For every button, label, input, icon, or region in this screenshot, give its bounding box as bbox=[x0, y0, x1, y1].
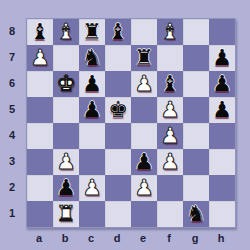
rank-label-7: 7 bbox=[0, 44, 22, 70]
white-pawn-f4[interactable]: ♟ bbox=[160, 123, 180, 149]
square-e7[interactable]: ♜ bbox=[131, 45, 157, 71]
file-label-b: b bbox=[52, 231, 78, 246]
white-pawn-f5[interactable]: ♟ bbox=[160, 97, 180, 123]
square-e2[interactable]: ♟ bbox=[131, 175, 157, 201]
square-f7[interactable] bbox=[157, 45, 183, 71]
black-pawn-b2[interactable]: ♟ bbox=[56, 175, 76, 201]
white-pawn-b3[interactable]: ♟ bbox=[56, 149, 76, 175]
rank-label-8: 8 bbox=[0, 18, 22, 44]
square-b4[interactable] bbox=[53, 123, 79, 149]
square-g3[interactable] bbox=[183, 149, 209, 175]
square-g7[interactable] bbox=[183, 45, 209, 71]
square-d3[interactable] bbox=[105, 149, 131, 175]
chess-diagram: 87654321 ♝♝♜♝♝♟♞♜♟♚♟♟♝♟♟♚♟♟♟♟♟♟♟♟♟♜♞ abc… bbox=[0, 0, 250, 250]
square-d6[interactable] bbox=[105, 71, 131, 97]
black-pawn-h6[interactable]: ♟ bbox=[212, 71, 232, 97]
white-bishop-f8[interactable]: ♝ bbox=[160, 19, 180, 45]
square-a7[interactable]: ♟ bbox=[27, 45, 53, 71]
square-f8[interactable]: ♝ bbox=[157, 19, 183, 45]
square-c5[interactable]: ♟ bbox=[79, 97, 105, 123]
square-a3[interactable] bbox=[27, 149, 53, 175]
square-f2[interactable] bbox=[157, 175, 183, 201]
square-h8[interactable] bbox=[209, 19, 235, 45]
square-b6[interactable]: ♚ bbox=[53, 71, 79, 97]
square-c6[interactable]: ♟ bbox=[79, 71, 105, 97]
square-a1[interactable] bbox=[27, 201, 53, 227]
file-label-f: f bbox=[156, 231, 182, 246]
rank-label-6: 6 bbox=[0, 70, 22, 96]
file-label-a: a bbox=[26, 231, 52, 246]
rank-label-3: 3 bbox=[0, 148, 22, 174]
black-pawn-c5[interactable]: ♟ bbox=[82, 97, 102, 123]
square-d1[interactable] bbox=[105, 201, 131, 227]
square-a8[interactable]: ♝ bbox=[27, 19, 53, 45]
square-f3[interactable]: ♟ bbox=[157, 149, 183, 175]
square-a5[interactable] bbox=[27, 97, 53, 123]
square-e4[interactable] bbox=[131, 123, 157, 149]
square-d5[interactable]: ♚ bbox=[105, 97, 131, 123]
square-c3[interactable] bbox=[79, 149, 105, 175]
square-e3[interactable]: ♟ bbox=[131, 149, 157, 175]
file-labels: abcdefgh bbox=[26, 231, 234, 246]
file-label-h: h bbox=[208, 231, 234, 246]
square-a6[interactable] bbox=[27, 71, 53, 97]
black-pawn-h7[interactable]: ♟ bbox=[212, 45, 232, 71]
square-g1[interactable]: ♞ bbox=[183, 201, 209, 227]
black-rook-e7[interactable]: ♜ bbox=[134, 45, 154, 71]
square-h5[interactable]: ♟ bbox=[209, 97, 235, 123]
square-b3[interactable]: ♟ bbox=[53, 149, 79, 175]
square-b8[interactable]: ♝ bbox=[53, 19, 79, 45]
file-label-c: c bbox=[78, 231, 104, 246]
square-h1[interactable] bbox=[209, 201, 235, 227]
white-pawn-f3[interactable]: ♟ bbox=[160, 149, 180, 175]
black-bishop-a8[interactable]: ♝ bbox=[30, 19, 50, 45]
file-label-g: g bbox=[182, 231, 208, 246]
square-h2[interactable] bbox=[209, 175, 235, 201]
square-b2[interactable]: ♟ bbox=[53, 175, 79, 201]
black-pawn-e3[interactable]: ♟ bbox=[134, 149, 154, 175]
file-label-d: d bbox=[104, 231, 130, 246]
square-d8[interactable]: ♝ bbox=[105, 19, 131, 45]
square-f6[interactable]: ♝ bbox=[157, 71, 183, 97]
square-g2[interactable] bbox=[183, 175, 209, 201]
rank-labels: 87654321 bbox=[0, 18, 22, 226]
rank-label-2: 2 bbox=[0, 174, 22, 200]
square-c4[interactable] bbox=[79, 123, 105, 149]
rank-label-5: 5 bbox=[0, 96, 22, 122]
square-e5[interactable] bbox=[131, 97, 157, 123]
square-a2[interactable] bbox=[27, 175, 53, 201]
square-b5[interactable] bbox=[53, 97, 79, 123]
square-a4[interactable] bbox=[27, 123, 53, 149]
white-king-b6[interactable]: ♚ bbox=[56, 71, 76, 97]
square-d4[interactable] bbox=[105, 123, 131, 149]
rank-label-1: 1 bbox=[0, 200, 22, 226]
white-rook-b1[interactable]: ♜ bbox=[56, 201, 76, 227]
square-h7[interactable]: ♟ bbox=[209, 45, 235, 71]
white-pawn-e6[interactable]: ♟ bbox=[134, 71, 154, 97]
white-bishop-b8[interactable]: ♝ bbox=[56, 19, 76, 45]
square-e6[interactable]: ♟ bbox=[131, 71, 157, 97]
black-knight-g1[interactable]: ♞ bbox=[186, 201, 206, 227]
black-knight-c7[interactable]: ♞ bbox=[82, 45, 102, 71]
square-g6[interactable] bbox=[183, 71, 209, 97]
square-c8[interactable]: ♜ bbox=[79, 19, 105, 45]
square-b7[interactable] bbox=[53, 45, 79, 71]
square-d2[interactable] bbox=[105, 175, 131, 201]
square-e1[interactable] bbox=[131, 201, 157, 227]
square-e8[interactable] bbox=[131, 19, 157, 45]
square-b1[interactable]: ♜ bbox=[53, 201, 79, 227]
square-g8[interactable] bbox=[183, 19, 209, 45]
square-g4[interactable] bbox=[183, 123, 209, 149]
square-f1[interactable] bbox=[157, 201, 183, 227]
black-rook-c8[interactable]: ♜ bbox=[82, 19, 102, 45]
square-h6[interactable]: ♟ bbox=[209, 71, 235, 97]
black-pawn-h5[interactable]: ♟ bbox=[212, 97, 232, 123]
square-c1[interactable] bbox=[79, 201, 105, 227]
chess-board: ♝♝♜♝♝♟♞♜♟♚♟♟♝♟♟♚♟♟♟♟♟♟♟♟♟♜♞ bbox=[26, 18, 236, 228]
square-f5[interactable]: ♟ bbox=[157, 97, 183, 123]
square-h4[interactable] bbox=[209, 123, 235, 149]
white-pawn-a7[interactable]: ♟ bbox=[30, 45, 50, 71]
square-f4[interactable]: ♟ bbox=[157, 123, 183, 149]
square-g5[interactable] bbox=[183, 97, 209, 123]
white-pawn-c2[interactable]: ♟ bbox=[82, 175, 102, 201]
black-pawn-c6[interactable]: ♟ bbox=[82, 71, 102, 97]
square-c7[interactable]: ♞ bbox=[79, 45, 105, 71]
square-d7[interactable] bbox=[105, 45, 131, 71]
square-h3[interactable] bbox=[209, 149, 235, 175]
black-king-d5[interactable]: ♚ bbox=[108, 97, 128, 123]
black-bishop-d8[interactable]: ♝ bbox=[108, 19, 128, 45]
square-c2[interactable]: ♟ bbox=[79, 175, 105, 201]
white-pawn-e2[interactable]: ♟ bbox=[134, 175, 154, 201]
black-bishop-f6[interactable]: ♝ bbox=[160, 71, 180, 97]
file-label-e: e bbox=[130, 231, 156, 246]
rank-label-4: 4 bbox=[0, 122, 22, 148]
